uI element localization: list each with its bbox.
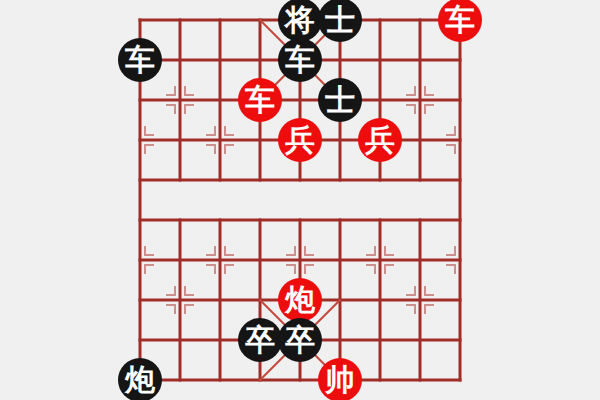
piece-black-advisor[interactable]: 士 — [318, 0, 362, 42]
piece-red-chariot[interactable]: 车 — [238, 78, 282, 122]
piece-black-chariot[interactable]: 车 — [278, 38, 322, 82]
piece-red-cannon[interactable]: 炮 — [278, 278, 322, 322]
piece-black-cannon[interactable]: 炮 — [118, 358, 162, 400]
piece-black-general[interactable]: 将 — [278, 0, 322, 42]
piece-red-general[interactable]: 帅 — [318, 358, 362, 400]
piece-red-chariot[interactable]: 车 — [438, 0, 482, 42]
piece-black-soldier[interactable]: 卒 — [278, 318, 322, 362]
piece-red-soldier[interactable]: 兵 — [358, 118, 402, 162]
piece-black-soldier[interactable]: 卒 — [238, 318, 282, 362]
piece-black-advisor[interactable]: 士 — [318, 78, 362, 122]
piece-black-chariot[interactable]: 车 — [118, 38, 162, 82]
xiangqi-board: 将士车车车车士兵兵炮卒卒炮帅 — [0, 0, 600, 400]
piece-red-soldier[interactable]: 兵 — [278, 118, 322, 162]
